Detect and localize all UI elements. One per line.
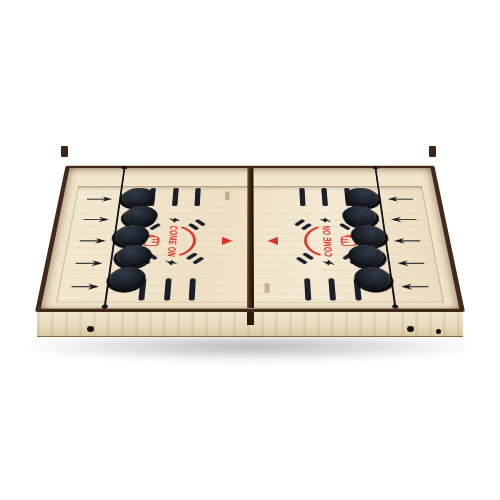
divider-front-cap bbox=[247, 312, 254, 325]
rink-dash bbox=[321, 188, 328, 206]
rink-dash bbox=[164, 278, 172, 300]
lightning-bolt-icon bbox=[322, 259, 337, 266]
rink-dash bbox=[328, 278, 336, 300]
direction-arrow-icon bbox=[386, 195, 414, 203]
elastic-knot bbox=[407, 326, 414, 332]
rink-dash bbox=[304, 278, 311, 300]
direction-arrow-icon bbox=[82, 216, 111, 224]
come-on-text: COME ON bbox=[166, 226, 180, 257]
lightning-bolt-icon bbox=[319, 217, 333, 224]
fine-print-mark bbox=[225, 192, 230, 200]
direction-arrow-icon bbox=[400, 282, 431, 291]
direction-arrow-icon bbox=[390, 216, 419, 224]
direction-arrow-icon bbox=[78, 237, 107, 245]
half-left: COME ON bbox=[56, 186, 247, 302]
direction-arrow-icon bbox=[393, 237, 422, 245]
rink-dash bbox=[194, 188, 200, 206]
corner-post bbox=[429, 146, 436, 157]
come-on-text: COME ON bbox=[321, 226, 335, 257]
rink-dash bbox=[299, 188, 305, 206]
goal-triangle bbox=[268, 237, 278, 245]
corner-post bbox=[61, 146, 68, 157]
direction-arrow-icon bbox=[396, 259, 426, 268]
product-photo-stage: COME ON bbox=[0, 0, 500, 500]
game-board: COME ON bbox=[35, 166, 465, 312]
lightning-bolt-icon bbox=[163, 259, 178, 266]
elastic-knot bbox=[436, 329, 441, 334]
direction-arrow-icon bbox=[74, 259, 104, 268]
goal-triangle bbox=[222, 237, 232, 245]
board-front-rail bbox=[37, 311, 463, 337]
lightning-bolt-icon bbox=[167, 217, 182, 224]
fine-print-mark bbox=[265, 283, 270, 293]
rink-dash bbox=[189, 278, 196, 300]
direction-arrow-icon bbox=[70, 282, 101, 291]
elastic-knot bbox=[87, 326, 94, 332]
rink-dash bbox=[172, 188, 179, 206]
half-right: COME ON bbox=[254, 186, 445, 302]
direction-arrow-icon bbox=[86, 195, 114, 203]
center-divider-wall bbox=[247, 168, 254, 308]
